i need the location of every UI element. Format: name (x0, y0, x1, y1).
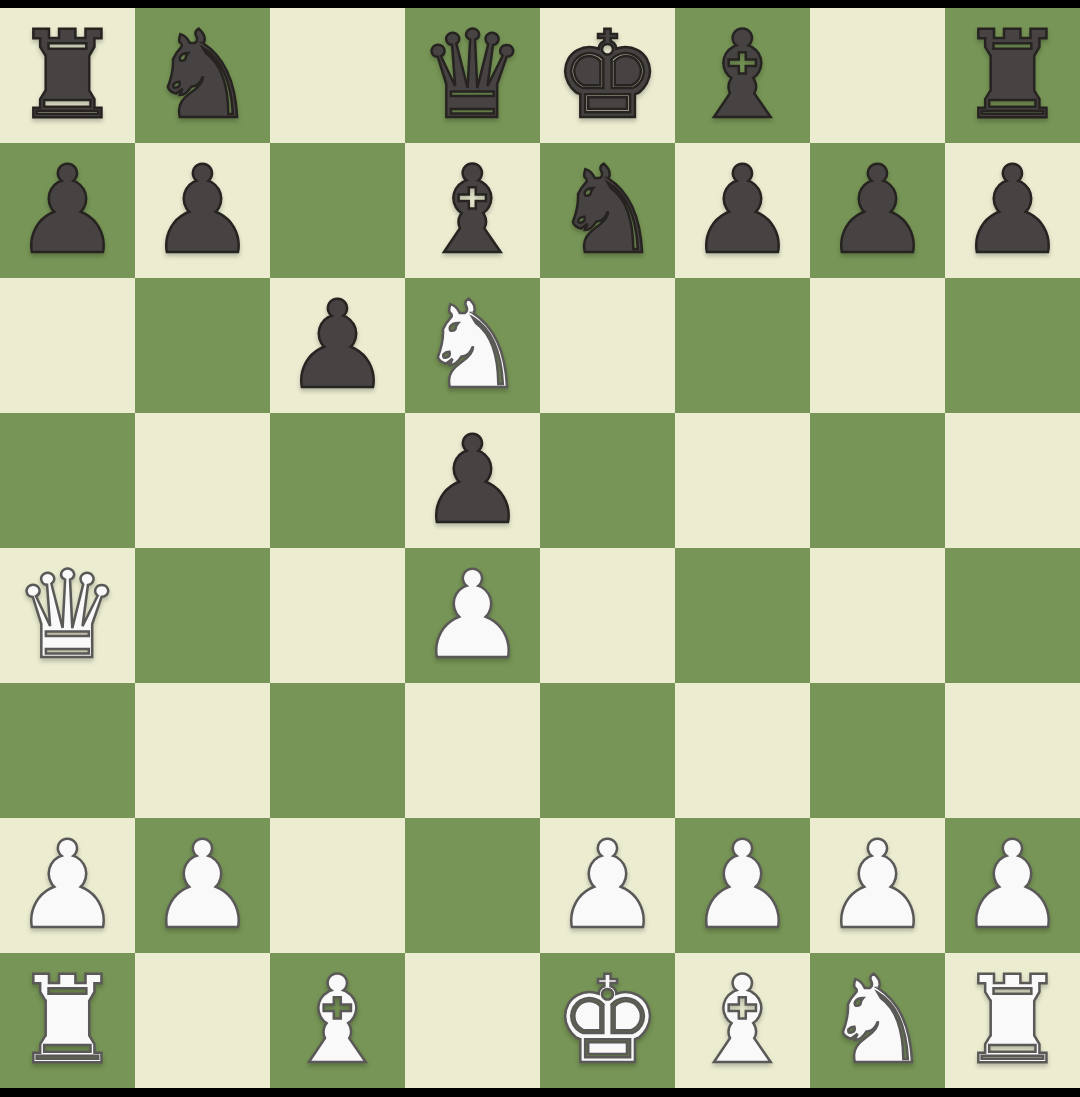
square-h5[interactable] (945, 413, 1080, 548)
black-queen[interactable]: ♛ (418, 8, 526, 143)
square-g6[interactable] (810, 278, 945, 413)
square-g4[interactable] (810, 548, 945, 683)
square-c4[interactable] (270, 548, 405, 683)
black-knight[interactable]: ♞ (553, 143, 661, 278)
square-b5[interactable] (135, 413, 270, 548)
square-e1[interactable]: ♚ (540, 953, 675, 1088)
square-a2[interactable]: ♟ (0, 818, 135, 953)
square-b7[interactable]: ♟ (135, 143, 270, 278)
square-h2[interactable]: ♟ (945, 818, 1080, 953)
black-bishop[interactable]: ♝ (688, 8, 796, 143)
black-pawn[interactable]: ♟ (283, 278, 391, 413)
square-f4[interactable] (675, 548, 810, 683)
square-b8[interactable]: ♞ (135, 8, 270, 143)
square-e2[interactable]: ♟ (540, 818, 675, 953)
white-bishop[interactable]: ♝ (283, 953, 391, 1088)
black-pawn[interactable]: ♟ (688, 143, 796, 278)
square-h3[interactable] (945, 683, 1080, 818)
square-d1[interactable] (405, 953, 540, 1088)
white-pawn[interactable]: ♟ (688, 818, 796, 953)
white-pawn[interactable]: ♟ (823, 818, 931, 953)
square-g1[interactable]: ♞ (810, 953, 945, 1088)
square-f6[interactable] (675, 278, 810, 413)
square-g8[interactable] (810, 8, 945, 143)
square-f3[interactable] (675, 683, 810, 818)
square-c3[interactable] (270, 683, 405, 818)
square-a1[interactable]: ♜ (0, 953, 135, 1088)
square-e3[interactable] (540, 683, 675, 818)
square-a8[interactable]: ♜ (0, 8, 135, 143)
white-rook[interactable]: ♜ (958, 953, 1066, 1088)
white-pawn[interactable]: ♟ (553, 818, 661, 953)
square-d4[interactable]: ♟ (405, 548, 540, 683)
black-king[interactable]: ♚ (553, 8, 661, 143)
square-b4[interactable] (135, 548, 270, 683)
white-pawn[interactable]: ♟ (148, 818, 256, 953)
square-c8[interactable] (270, 8, 405, 143)
square-a3[interactable] (0, 683, 135, 818)
white-king[interactable]: ♚ (553, 953, 661, 1088)
square-c1[interactable]: ♝ (270, 953, 405, 1088)
square-c2[interactable] (270, 818, 405, 953)
square-c5[interactable] (270, 413, 405, 548)
square-b2[interactable]: ♟ (135, 818, 270, 953)
square-g5[interactable] (810, 413, 945, 548)
app-frame: ♜♞♛♚♝♜♟♟♝♞♟♟♟♟♞♟♛♟♟♟♟♟♟♟♜♝♚♝♞♜ (0, 0, 1080, 1097)
square-e5[interactable] (540, 413, 675, 548)
square-f1[interactable]: ♝ (675, 953, 810, 1088)
square-b1[interactable] (135, 953, 270, 1088)
black-rook[interactable]: ♜ (13, 8, 121, 143)
square-d7[interactable]: ♝ (405, 143, 540, 278)
square-b3[interactable] (135, 683, 270, 818)
square-g7[interactable]: ♟ (810, 143, 945, 278)
square-h8[interactable]: ♜ (945, 8, 1080, 143)
square-d3[interactable] (405, 683, 540, 818)
white-pawn[interactable]: ♟ (13, 818, 121, 953)
square-b6[interactable] (135, 278, 270, 413)
white-rook[interactable]: ♜ (13, 953, 121, 1088)
black-rook[interactable]: ♜ (958, 8, 1066, 143)
square-e6[interactable] (540, 278, 675, 413)
square-d8[interactable]: ♛ (405, 8, 540, 143)
black-pawn[interactable]: ♟ (148, 143, 256, 278)
white-pawn[interactable]: ♟ (418, 548, 526, 683)
black-pawn[interactable]: ♟ (418, 413, 526, 548)
black-pawn[interactable]: ♟ (823, 143, 931, 278)
square-f7[interactable]: ♟ (675, 143, 810, 278)
black-bishop[interactable]: ♝ (418, 143, 526, 278)
square-e4[interactable] (540, 548, 675, 683)
square-d6[interactable]: ♞ (405, 278, 540, 413)
square-g2[interactable]: ♟ (810, 818, 945, 953)
square-d2[interactable] (405, 818, 540, 953)
square-f5[interactable] (675, 413, 810, 548)
white-knight[interactable]: ♞ (418, 278, 526, 413)
square-f8[interactable]: ♝ (675, 8, 810, 143)
square-a4[interactable]: ♛ (0, 548, 135, 683)
white-knight[interactable]: ♞ (823, 953, 931, 1088)
square-a5[interactable] (0, 413, 135, 548)
white-bishop[interactable]: ♝ (688, 953, 796, 1088)
square-c6[interactable]: ♟ (270, 278, 405, 413)
square-h4[interactable] (945, 548, 1080, 683)
black-knight[interactable]: ♞ (148, 8, 256, 143)
square-e7[interactable]: ♞ (540, 143, 675, 278)
chess-board: ♜♞♛♚♝♜♟♟♝♞♟♟♟♟♞♟♛♟♟♟♟♟♟♟♜♝♚♝♞♜ (0, 8, 1080, 1088)
square-g3[interactable] (810, 683, 945, 818)
white-pawn[interactable]: ♟ (958, 818, 1066, 953)
black-pawn[interactable]: ♟ (13, 143, 121, 278)
square-f2[interactable]: ♟ (675, 818, 810, 953)
square-a7[interactable]: ♟ (0, 143, 135, 278)
square-c7[interactable] (270, 143, 405, 278)
square-h7[interactable]: ♟ (945, 143, 1080, 278)
square-a6[interactable] (0, 278, 135, 413)
square-h6[interactable] (945, 278, 1080, 413)
square-d5[interactable]: ♟ (405, 413, 540, 548)
square-e8[interactable]: ♚ (540, 8, 675, 143)
black-pawn[interactable]: ♟ (958, 143, 1066, 278)
square-h1[interactable]: ♜ (945, 953, 1080, 1088)
white-queen[interactable]: ♛ (13, 548, 121, 683)
